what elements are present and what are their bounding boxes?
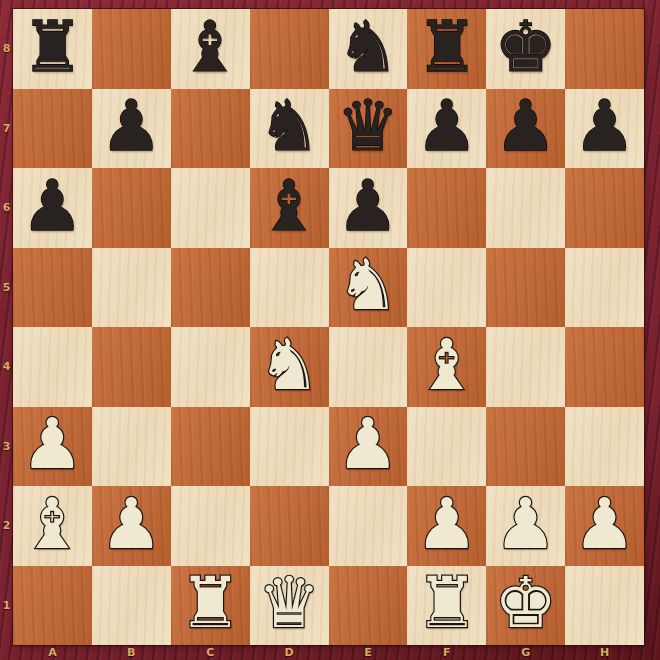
piece-black-pawn-a6[interactable]: ♟ [21, 171, 84, 241]
piece-white-rook-c1[interactable]: ♜ [179, 568, 242, 638]
piece-black-pawn-h7[interactable]: ♟ [573, 91, 636, 161]
piece-black-rook-f8[interactable]: ♜ [415, 12, 478, 82]
square-e5[interactable]: ♞ [329, 248, 408, 328]
square-d3[interactable] [250, 407, 329, 487]
piece-white-pawn-e3[interactable]: ♟ [337, 409, 400, 479]
square-g4[interactable] [486, 327, 565, 407]
square-b8[interactable] [92, 9, 171, 89]
piece-white-pawn-b2[interactable]: ♟ [100, 489, 163, 559]
square-h1[interactable] [565, 566, 644, 646]
square-g1[interactable]: ♚ [486, 566, 565, 646]
square-b5[interactable] [92, 248, 171, 328]
square-f7[interactable]: ♟ [407, 89, 486, 169]
piece-white-king-g1[interactable]: ♚ [494, 568, 557, 638]
square-c5[interactable] [171, 248, 250, 328]
square-g5[interactable] [486, 248, 565, 328]
square-e6[interactable]: ♟ [329, 168, 408, 248]
square-b6[interactable] [92, 168, 171, 248]
piece-white-knight-e5[interactable]: ♞ [337, 250, 400, 320]
piece-black-pawn-b7[interactable]: ♟ [100, 91, 163, 161]
square-e2[interactable] [329, 486, 408, 566]
square-c7[interactable] [171, 89, 250, 169]
file-label-a: A [13, 644, 92, 660]
square-b4[interactable] [92, 327, 171, 407]
piece-white-pawn-h2[interactable]: ♟ [573, 489, 636, 559]
square-f5[interactable] [407, 248, 486, 328]
file-coordinates: ABCDEFGH [13, 644, 644, 660]
piece-white-bishop-a2[interactable]: ♝ [21, 489, 84, 559]
piece-black-queen-e7[interactable]: ♛ [337, 91, 400, 161]
file-label-d: D [250, 644, 329, 660]
piece-black-pawn-g7[interactable]: ♟ [494, 91, 557, 161]
square-b7[interactable]: ♟ [92, 89, 171, 169]
square-h2[interactable]: ♟ [565, 486, 644, 566]
square-f6[interactable] [407, 168, 486, 248]
piece-black-knight-d7[interactable]: ♞ [258, 91, 321, 161]
piece-black-pawn-f7[interactable]: ♟ [415, 91, 478, 161]
square-d1[interactable]: ♛ [250, 566, 329, 646]
file-label-b: B [92, 644, 171, 660]
square-a4[interactable] [13, 327, 92, 407]
piece-white-knight-d4[interactable]: ♞ [258, 330, 321, 400]
rank-label-1: 1 [0, 566, 13, 646]
square-d5[interactable] [250, 248, 329, 328]
square-g6[interactable] [486, 168, 565, 248]
square-b2[interactable]: ♟ [92, 486, 171, 566]
square-c2[interactable] [171, 486, 250, 566]
square-g7[interactable]: ♟ [486, 89, 565, 169]
piece-black-bishop-c8[interactable]: ♝ [179, 12, 242, 82]
rank-label-2: 2 [0, 486, 13, 566]
piece-white-bishop-f4[interactable]: ♝ [415, 330, 478, 400]
piece-black-rook-a8[interactable]: ♜ [21, 12, 84, 82]
rank-label-4: 4 [0, 327, 13, 407]
chess-board: ♜♝♞♜♚♟♞♛♟♟♟♟♝♟♞♞♝♟♟♝♟♟♟♟♜♛♜♚ [13, 9, 644, 645]
square-d8[interactable] [250, 9, 329, 89]
square-f8[interactable]: ♜ [407, 9, 486, 89]
square-g8[interactable]: ♚ [486, 9, 565, 89]
piece-white-pawn-g2[interactable]: ♟ [494, 489, 557, 559]
file-label-g: G [486, 644, 565, 660]
square-h5[interactable] [565, 248, 644, 328]
square-c1[interactable]: ♜ [171, 566, 250, 646]
piece-white-rook-f1[interactable]: ♜ [415, 568, 478, 638]
square-g2[interactable]: ♟ [486, 486, 565, 566]
rank-label-7: 7 [0, 89, 13, 169]
square-c6[interactable] [171, 168, 250, 248]
square-h3[interactable] [565, 407, 644, 487]
square-a1[interactable] [13, 566, 92, 646]
square-e3[interactable]: ♟ [329, 407, 408, 487]
chessboard-frame: 87654321 ♜♝♞♜♚♟♞♛♟♟♟♟♝♟♞♞♝♟♟♝♟♟♟♟♜♛♜♚ AB… [0, 0, 660, 660]
square-h4[interactable] [565, 327, 644, 407]
rank-label-6: 6 [0, 168, 13, 248]
piece-black-pawn-e6[interactable]: ♟ [337, 171, 400, 241]
square-b3[interactable] [92, 407, 171, 487]
piece-white-pawn-f2[interactable]: ♟ [415, 489, 478, 559]
piece-black-bishop-d6[interactable]: ♝ [258, 171, 321, 241]
square-f1[interactable]: ♜ [407, 566, 486, 646]
square-c8[interactable]: ♝ [171, 9, 250, 89]
square-e8[interactable]: ♞ [329, 9, 408, 89]
square-e4[interactable] [329, 327, 408, 407]
square-h8[interactable] [565, 9, 644, 89]
square-h7[interactable]: ♟ [565, 89, 644, 169]
square-a8[interactable]: ♜ [13, 9, 92, 89]
square-d4[interactable]: ♞ [250, 327, 329, 407]
square-c4[interactable] [171, 327, 250, 407]
square-a3[interactable]: ♟ [13, 407, 92, 487]
file-label-h: H [565, 644, 644, 660]
rank-coordinates: 87654321 [0, 9, 13, 645]
piece-black-knight-e8[interactable]: ♞ [337, 12, 400, 82]
square-a5[interactable] [13, 248, 92, 328]
square-a7[interactable] [13, 89, 92, 169]
rank-label-8: 8 [0, 9, 13, 89]
square-d7[interactable]: ♞ [250, 89, 329, 169]
square-e7[interactable]: ♛ [329, 89, 408, 169]
square-c3[interactable] [171, 407, 250, 487]
rank-label-5: 5 [0, 248, 13, 328]
square-a2[interactable]: ♝ [13, 486, 92, 566]
rank-label-3: 3 [0, 407, 13, 487]
piece-white-queen-d1[interactable]: ♛ [258, 568, 321, 638]
piece-white-pawn-a3[interactable]: ♟ [21, 409, 84, 479]
square-h6[interactable] [565, 168, 644, 248]
square-a6[interactable]: ♟ [13, 168, 92, 248]
file-label-e: E [329, 644, 408, 660]
square-f2[interactable]: ♟ [407, 486, 486, 566]
square-e1[interactable] [329, 566, 408, 646]
square-g3[interactable] [486, 407, 565, 487]
square-f4[interactable]: ♝ [407, 327, 486, 407]
piece-black-king-g8[interactable]: ♚ [494, 12, 557, 82]
square-b1[interactable] [92, 566, 171, 646]
file-label-c: C [171, 644, 250, 660]
square-d6[interactable]: ♝ [250, 168, 329, 248]
square-d2[interactable] [250, 486, 329, 566]
square-f3[interactable] [407, 407, 486, 487]
file-label-f: F [407, 644, 486, 660]
